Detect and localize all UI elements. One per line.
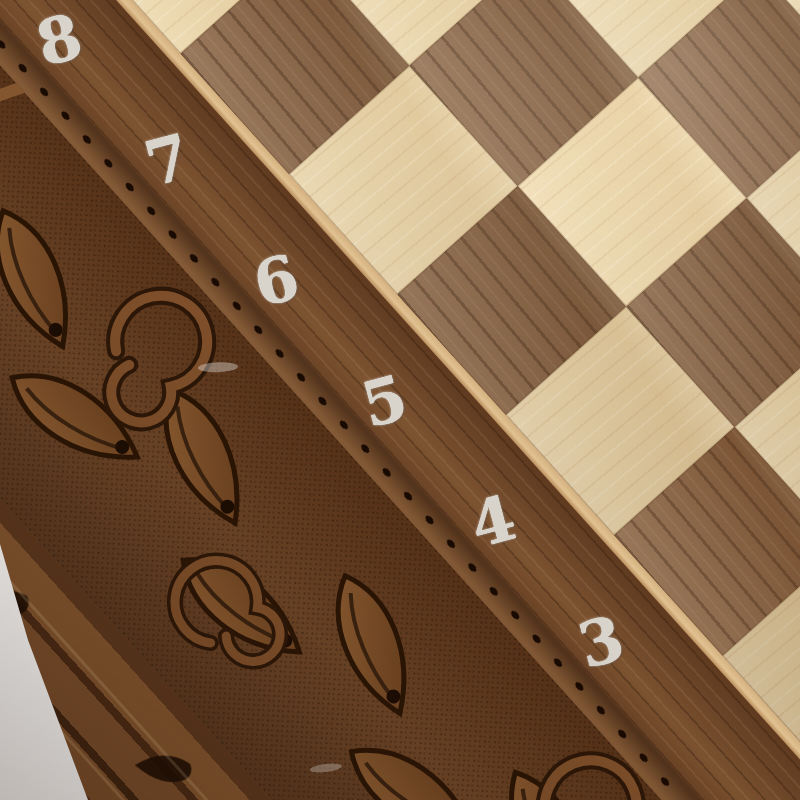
chessboard-photo: 8 7 6 5 4 3 — [0, 0, 800, 800]
chessboard: 8 7 6 5 4 3 — [0, 0, 800, 800]
